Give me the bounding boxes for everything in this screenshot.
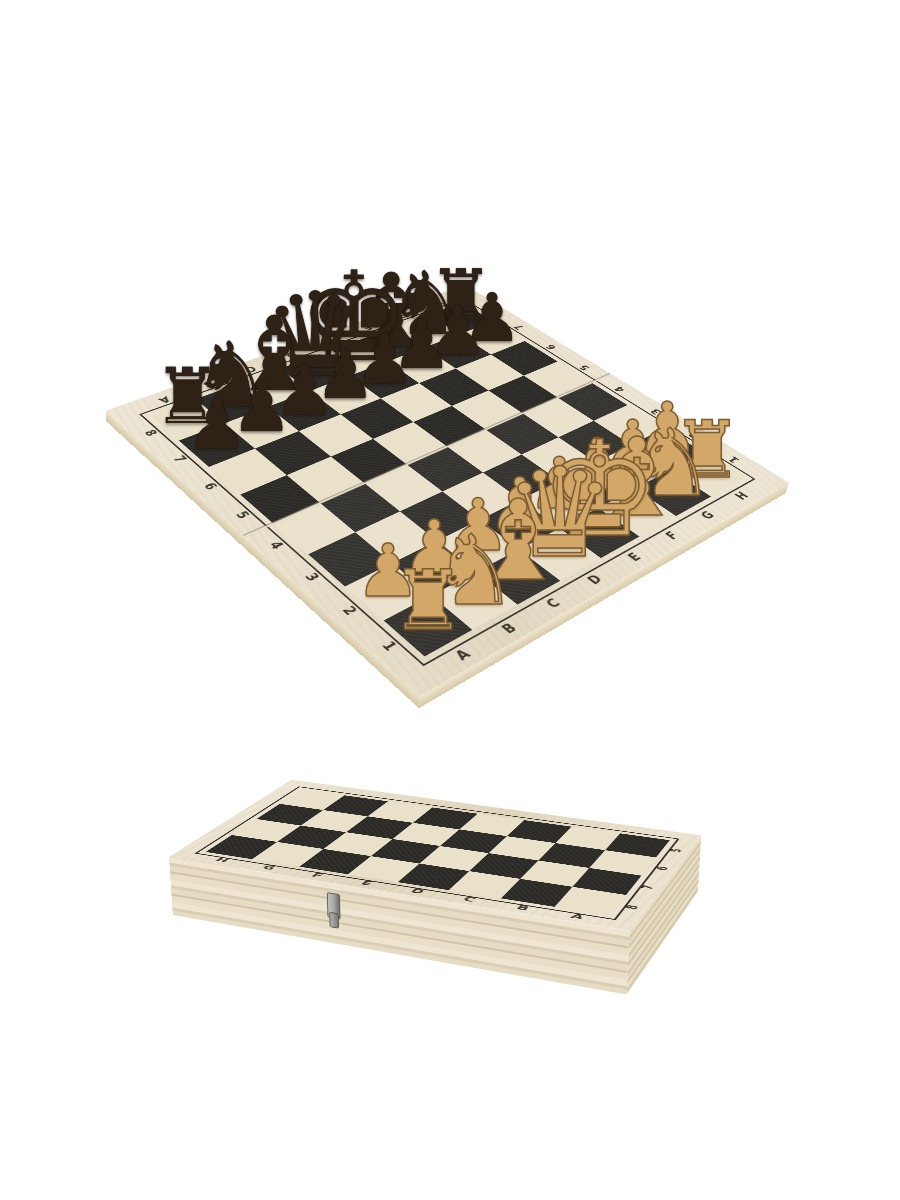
square-a8 bbox=[150, 399, 224, 440]
square-e3 bbox=[483, 455, 559, 500]
square-f8 bbox=[358, 327, 425, 361]
square-g4 bbox=[523, 398, 594, 438]
file-label-far-D: D bbox=[283, 350, 298, 358]
square-e5 bbox=[413, 406, 486, 447]
rank-label-left-6: 6 bbox=[201, 482, 218, 492]
rank-label-right-1: 1 bbox=[726, 455, 741, 464]
square-b2 bbox=[392, 541, 476, 596]
square-e4 bbox=[447, 430, 521, 473]
square-g5 bbox=[489, 376, 558, 414]
square-h6 bbox=[491, 341, 558, 376]
square-d4 bbox=[407, 447, 483, 492]
square-b1 bbox=[431, 572, 517, 630]
rank-label-right-7: 7 bbox=[512, 324, 526, 331]
square-g3 bbox=[558, 421, 631, 463]
rank-label-left-3: 3 bbox=[302, 572, 321, 584]
square-a3 bbox=[308, 532, 392, 586]
rank-label-right-4: 4 bbox=[613, 385, 627, 393]
square-g6 bbox=[456, 354, 524, 390]
fold-seam bbox=[243, 373, 613, 538]
square-h5 bbox=[524, 361, 592, 397]
square-b5 bbox=[287, 457, 365, 503]
rank-label-right-6: 6 bbox=[544, 343, 558, 350]
rank-label-left-4: 4 bbox=[266, 540, 284, 551]
square-f1 bbox=[598, 489, 676, 537]
board-border-line bbox=[139, 298, 755, 666]
board-edge-left bbox=[106, 411, 421, 708]
file-label-far-B: B bbox=[200, 379, 215, 388]
square-h1 bbox=[670, 453, 744, 497]
square-e8 bbox=[320, 341, 388, 376]
board-squares bbox=[150, 303, 744, 657]
square-d8 bbox=[280, 354, 349, 391]
file-label-near-G: G bbox=[699, 510, 717, 521]
rank-label-left-5: 5 bbox=[233, 510, 251, 520]
rank-label-right-8: 8 bbox=[482, 305, 495, 311]
square-b3 bbox=[355, 511, 437, 563]
rank-label-right-3: 3 bbox=[649, 408, 664, 416]
file-label-near-H: H bbox=[733, 491, 751, 502]
board-edge-right bbox=[464, 285, 789, 493]
file-label-far-G: G bbox=[395, 311, 409, 318]
square-a6 bbox=[209, 449, 287, 495]
square-g1 bbox=[635, 470, 711, 516]
square-f2 bbox=[559, 462, 635, 508]
square-g2 bbox=[596, 445, 670, 489]
square-d3 bbox=[442, 473, 520, 520]
square-h8 bbox=[429, 303, 493, 335]
file-label-near-E: E bbox=[626, 552, 643, 563]
board-coordinate-labels: 88AA77BB66CC55DD44EE33FF22GG11HH bbox=[106, 285, 465, 411]
square-d2 bbox=[480, 500, 560, 550]
square-c4 bbox=[365, 465, 443, 512]
square-c8 bbox=[239, 369, 310, 407]
square-h4 bbox=[558, 383, 627, 421]
square-c5 bbox=[331, 439, 407, 483]
square-b8 bbox=[196, 383, 269, 423]
square-a7 bbox=[179, 423, 255, 467]
rank-label-left-2: 2 bbox=[339, 605, 358, 617]
file-label-near-B: B bbox=[500, 622, 519, 636]
square-a2 bbox=[345, 563, 431, 620]
square-b6 bbox=[255, 431, 331, 475]
square-c1 bbox=[476, 549, 560, 604]
square-a1 bbox=[384, 596, 473, 657]
square-c2 bbox=[437, 520, 519, 572]
square-d5 bbox=[373, 422, 447, 465]
square-h2 bbox=[631, 428, 704, 470]
square-e7 bbox=[350, 361, 419, 398]
rank-label-right-5: 5 bbox=[578, 364, 592, 371]
square-f4 bbox=[486, 413, 559, 454]
square-h7 bbox=[460, 321, 525, 354]
rank-label-right-2: 2 bbox=[687, 431, 702, 439]
square-g7 bbox=[424, 334, 491, 368]
file-label-near-C: C bbox=[544, 597, 563, 610]
file-label-far-A: A bbox=[156, 395, 172, 404]
rank-label-left-7: 7 bbox=[170, 455, 187, 464]
square-a5 bbox=[240, 475, 320, 524]
square-f7 bbox=[388, 347, 456, 383]
square-g8 bbox=[394, 315, 459, 348]
file-label-far-C: C bbox=[243, 364, 258, 372]
chess-board: 88AA77BB66CC55DD44EE33FF22GG11HH bbox=[106, 285, 789, 697]
square-e1 bbox=[560, 508, 640, 558]
file-label-near-A: A bbox=[453, 648, 473, 662]
file-label-far-E: E bbox=[323, 337, 337, 344]
square-e2 bbox=[520, 481, 598, 529]
square-c7 bbox=[268, 391, 341, 431]
square-d7 bbox=[310, 376, 381, 415]
square-f3 bbox=[522, 437, 596, 480]
square-c3 bbox=[400, 491, 480, 540]
rank-label-left-1: 1 bbox=[378, 640, 398, 653]
square-b7 bbox=[225, 407, 299, 449]
square-h3 bbox=[594, 405, 665, 445]
square-d1 bbox=[519, 528, 601, 581]
board-edge-near bbox=[419, 483, 789, 709]
product-photo-chess-set: 88AA77BB66CC55DD44EE33FF22GG11HH ♜♞♝♛♚♝♞… bbox=[0, 0, 900, 1200]
board-near-half-shade bbox=[244, 374, 789, 696]
square-f5 bbox=[452, 390, 523, 429]
square-a4 bbox=[273, 503, 355, 554]
square-f6 bbox=[419, 369, 488, 406]
square-c6 bbox=[299, 414, 373, 456]
file-label-near-F: F bbox=[664, 530, 681, 541]
open-board-rotation-wrapper: 88AA77BB66CC55DD44EE33FF22GG11HH bbox=[0, 0, 900, 1200]
file-label-near-D: D bbox=[585, 573, 604, 586]
square-e6 bbox=[381, 383, 452, 422]
board-top-face: 88AA77BB66CC55DD44EE33FF22GG11HH bbox=[106, 285, 789, 697]
open-chess-board-scene: 88AA77BB66CC55DD44EE33FF22GG11HH bbox=[0, 0, 900, 1200]
square-d6 bbox=[341, 398, 414, 438]
rank-label-left-8: 8 bbox=[141, 429, 158, 438]
file-label-far-H: H bbox=[429, 299, 443, 306]
file-label-far-F: F bbox=[360, 324, 373, 331]
square-b4 bbox=[320, 483, 400, 532]
